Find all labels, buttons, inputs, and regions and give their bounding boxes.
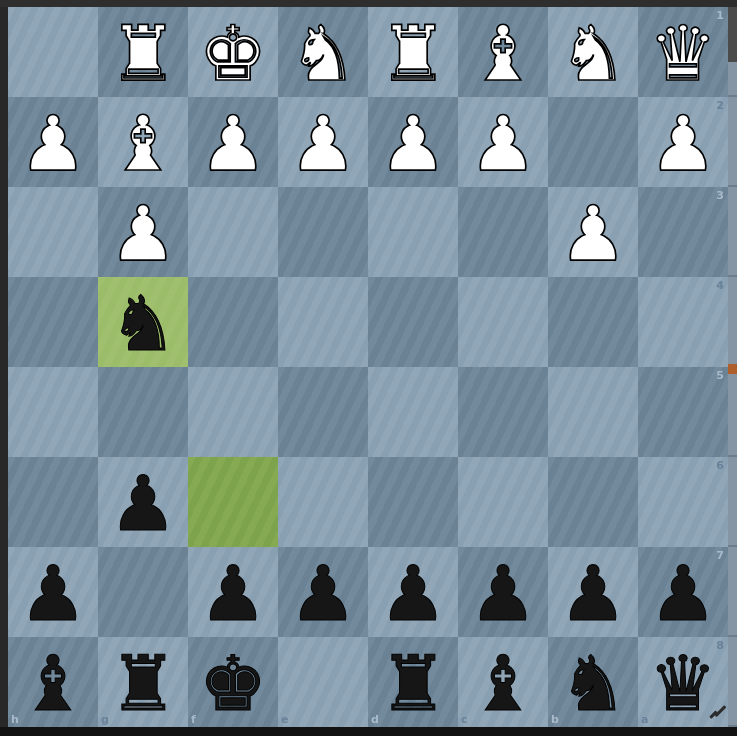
square-a1[interactable]: ♛1 xyxy=(638,7,728,97)
gutter-scroll-marker xyxy=(728,364,737,374)
white-pawn-icon-f2[interactable]: ♟ xyxy=(188,97,278,187)
square-h3[interactable] xyxy=(8,187,98,277)
square-a3[interactable]: 3 xyxy=(638,187,728,277)
black-rook-icon-d8[interactable]: ♜ xyxy=(368,637,458,727)
square-h5[interactable] xyxy=(8,367,98,457)
square-e4[interactable] xyxy=(278,277,368,367)
coord-file-a: a xyxy=(641,714,648,725)
square-g6[interactable]: ♟ xyxy=(98,457,188,547)
square-f6[interactable] xyxy=(188,457,278,547)
square-e8[interactable]: e xyxy=(278,637,368,727)
black-pawn-icon-d7[interactable]: ♟ xyxy=(368,547,458,637)
coord-file-b: b xyxy=(551,714,559,725)
coord-rank-3: 3 xyxy=(716,190,724,201)
coord-rank-1: 1 xyxy=(716,10,724,21)
black-bishop-icon-c8[interactable]: ♝ xyxy=(458,637,548,727)
top-frame-bar xyxy=(0,0,737,7)
board-resize-handle-icon[interactable] xyxy=(709,702,727,722)
chess-app-window: ♜♚♞♜♝♞♛1♟♝♟♟♟♟♟2♟♟3♞45♟6♟♟♟♟♟♟♟7♝h♜g♚fe♜… xyxy=(0,0,737,736)
square-h7[interactable]: ♟ xyxy=(8,547,98,637)
square-d2[interactable]: ♟ xyxy=(368,97,458,187)
square-h8[interactable]: ♝h xyxy=(8,637,98,727)
square-c8[interactable]: ♝c xyxy=(458,637,548,727)
square-b8[interactable]: ♞b xyxy=(548,637,638,727)
square-f1[interactable]: ♚ xyxy=(188,7,278,97)
square-e3[interactable] xyxy=(278,187,368,277)
square-d8[interactable]: ♜d xyxy=(368,637,458,727)
square-d3[interactable] xyxy=(368,187,458,277)
square-a4[interactable]: 4 xyxy=(638,277,728,367)
square-b2[interactable] xyxy=(548,97,638,187)
square-c1[interactable]: ♝ xyxy=(458,7,548,97)
square-b1[interactable]: ♞ xyxy=(548,7,638,97)
square-b6[interactable] xyxy=(548,457,638,547)
square-e2[interactable]: ♟ xyxy=(278,97,368,187)
gutter-dark-cap xyxy=(728,7,737,62)
black-knight-icon-b8[interactable]: ♞ xyxy=(548,637,638,727)
square-g4[interactable]: ♞ xyxy=(98,277,188,367)
coord-rank-8: 8 xyxy=(716,640,724,651)
square-a7[interactable]: ♟7 xyxy=(638,547,728,637)
black-pawn-icon-g6[interactable]: ♟ xyxy=(98,457,188,547)
square-e1[interactable]: ♞ xyxy=(278,7,368,97)
coord-rank-7: 7 xyxy=(716,550,724,561)
black-bishop-icon-h8[interactable]: ♝ xyxy=(8,637,98,727)
white-queen-icon-a1[interactable]: ♛ xyxy=(638,7,728,97)
square-f5[interactable] xyxy=(188,367,278,457)
chess-board[interactable]: ♜♚♞♜♝♞♛1♟♝♟♟♟♟♟2♟♟3♞45♟6♟♟♟♟♟♟♟7♝h♜g♚fe♜… xyxy=(8,7,728,727)
white-knight-icon-e1[interactable]: ♞ xyxy=(278,7,368,97)
coord-file-f: f xyxy=(191,714,196,725)
square-a5[interactable]: 5 xyxy=(638,367,728,457)
white-knight-icon-b1[interactable]: ♞ xyxy=(548,7,638,97)
black-rook-icon-g8[interactable]: ♜ xyxy=(98,637,188,727)
square-g3[interactable]: ♟ xyxy=(98,187,188,277)
square-e6[interactable] xyxy=(278,457,368,547)
square-c7[interactable]: ♟ xyxy=(458,547,548,637)
square-h2[interactable]: ♟ xyxy=(8,97,98,187)
white-pawn-icon-e2[interactable]: ♟ xyxy=(278,97,368,187)
square-f7[interactable]: ♟ xyxy=(188,547,278,637)
square-g5[interactable] xyxy=(98,367,188,457)
square-c3[interactable] xyxy=(458,187,548,277)
white-pawn-icon-g3[interactable]: ♟ xyxy=(98,187,188,277)
square-c5[interactable] xyxy=(458,367,548,457)
black-pawn-icon-c7[interactable]: ♟ xyxy=(458,547,548,637)
square-d7[interactable]: ♟ xyxy=(368,547,458,637)
square-g7[interactable] xyxy=(98,547,188,637)
coord-rank-4: 4 xyxy=(716,280,724,291)
coord-file-d: d xyxy=(371,714,379,725)
white-king-icon-f1[interactable]: ♚ xyxy=(188,7,278,97)
square-d5[interactable] xyxy=(368,367,458,457)
black-king-icon-f8[interactable]: ♚ xyxy=(188,637,278,727)
square-e7[interactable]: ♟ xyxy=(278,547,368,637)
coord-rank-6: 6 xyxy=(716,460,724,471)
black-pawn-icon-h7[interactable]: ♟ xyxy=(8,547,98,637)
white-rook-icon-d1[interactable]: ♜ xyxy=(368,7,458,97)
coord-file-h: h xyxy=(11,714,19,725)
square-h1[interactable] xyxy=(8,7,98,97)
square-d4[interactable] xyxy=(368,277,458,367)
square-c6[interactable] xyxy=(458,457,548,547)
square-a2[interactable]: ♟2 xyxy=(638,97,728,187)
square-g8[interactable]: ♜g xyxy=(98,637,188,727)
square-b7[interactable]: ♟ xyxy=(548,547,638,637)
square-c2[interactable]: ♟ xyxy=(458,97,548,187)
white-rook-icon-g1[interactable]: ♜ xyxy=(98,7,188,97)
square-h6[interactable] xyxy=(8,457,98,547)
square-g2[interactable]: ♝ xyxy=(98,97,188,187)
square-f8[interactable]: ♚f xyxy=(188,637,278,727)
black-knight-icon-g4[interactable]: ♞ xyxy=(98,277,188,367)
white-pawn-icon-b3[interactable]: ♟ xyxy=(548,187,638,277)
coord-rank-2: 2 xyxy=(716,100,724,111)
black-pawn-icon-f7[interactable]: ♟ xyxy=(188,547,278,637)
square-e5[interactable] xyxy=(278,367,368,457)
square-g1[interactable]: ♜ xyxy=(98,7,188,97)
white-pawn-icon-d2[interactable]: ♟ xyxy=(368,97,458,187)
white-bishop-icon-c1[interactable]: ♝ xyxy=(458,7,548,97)
black-pawn-icon-a7[interactable]: ♟ xyxy=(638,547,728,637)
square-d1[interactable]: ♜ xyxy=(368,7,458,97)
white-pawn-icon-h2[interactable]: ♟ xyxy=(8,97,98,187)
square-a6[interactable]: 6 xyxy=(638,457,728,547)
square-b5[interactable] xyxy=(548,367,638,457)
square-f4[interactable] xyxy=(188,277,278,367)
square-d6[interactable] xyxy=(368,457,458,547)
white-pawn-icon-c2[interactable]: ♟ xyxy=(458,97,548,187)
coord-file-g: g xyxy=(101,714,109,725)
square-f2[interactable]: ♟ xyxy=(188,97,278,187)
right-scroll-gutter[interactable] xyxy=(728,7,737,727)
coord-file-e: e xyxy=(281,714,288,725)
coord-file-c: c xyxy=(461,714,468,725)
square-b4[interactable] xyxy=(548,277,638,367)
bottom-frame-bar xyxy=(0,727,737,736)
square-h4[interactable] xyxy=(8,277,98,367)
black-pawn-icon-b7[interactable]: ♟ xyxy=(548,547,638,637)
coord-rank-5: 5 xyxy=(716,370,724,381)
white-bishop-icon-g2[interactable]: ♝ xyxy=(98,97,188,187)
white-pawn-icon-a2[interactable]: ♟ xyxy=(638,97,728,187)
square-b3[interactable]: ♟ xyxy=(548,187,638,277)
square-f3[interactable] xyxy=(188,187,278,277)
black-pawn-icon-e7[interactable]: ♟ xyxy=(278,547,368,637)
square-c4[interactable] xyxy=(458,277,548,367)
